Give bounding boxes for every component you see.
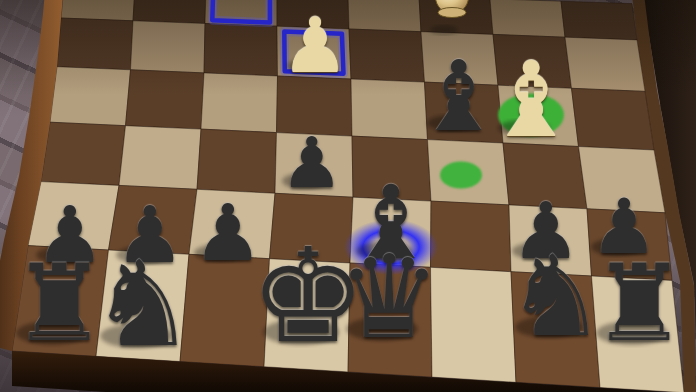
move-dot-c6[interactable]	[440, 162, 482, 189]
square-g6[interactable]	[119, 126, 201, 190]
piece-white-bishop-b5[interactable]: ♝	[479, 48, 583, 152]
piece-black-pawn-e6[interactable]: ♟	[277, 128, 347, 198]
piece-black-queen-d8[interactable]: ♛	[332, 240, 447, 355]
piece-black-rook-a8[interactable]: ♜	[586, 251, 692, 357]
piece-white-pawn-e4[interactable]: ♟	[277, 8, 353, 84]
chess-app-screenshot: ♟♝♝♟♟♟♟♝♟♟♜♞♚♛♞♜	[0, 0, 696, 392]
piece-black-knight-g8[interactable]: ♞	[84, 245, 202, 363]
square-h6[interactable]	[41, 122, 126, 185]
square-f6[interactable]	[197, 129, 277, 193]
square-a5[interactable]	[572, 88, 655, 150]
